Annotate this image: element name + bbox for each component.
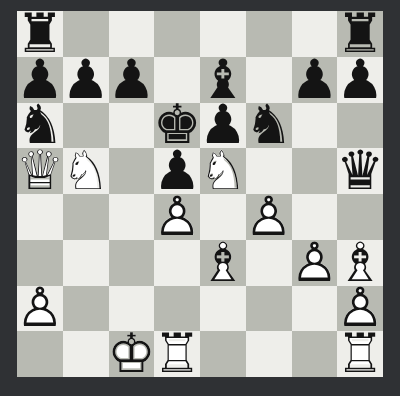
piece-black-queen[interactable]: ♛ xyxy=(337,148,383,194)
square-b7[interactable]: ♟ xyxy=(63,57,109,103)
square-h7[interactable]: ♟ xyxy=(337,57,383,103)
square-f8[interactable] xyxy=(246,11,292,57)
square-g5[interactable] xyxy=(292,148,338,194)
piece-white-pawn[interactable]: ♟♙ xyxy=(292,240,338,286)
pawn-glyph: ♟ xyxy=(109,57,155,103)
piece-white-knight[interactable]: ♞♘ xyxy=(200,148,246,194)
pawn-glyph: ♟ xyxy=(292,57,338,103)
square-g7[interactable]: ♟ xyxy=(292,57,338,103)
square-g3[interactable]: ♟♙ xyxy=(292,240,338,286)
piece-black-pawn[interactable]: ♟ xyxy=(337,57,383,103)
pawn-outline-glyph: ♙ xyxy=(246,194,292,240)
bishop-outline-glyph: ♗ xyxy=(200,240,246,286)
pawn-outline-glyph: ♙ xyxy=(17,286,63,332)
piece-white-pawn[interactable]: ♟♙ xyxy=(246,194,292,240)
square-d4[interactable]: ♟♙ xyxy=(154,194,200,240)
square-a5[interactable]: ♛♕ xyxy=(17,148,63,194)
square-b3[interactable] xyxy=(63,240,109,286)
pawn-outline-glyph: ♙ xyxy=(292,240,338,286)
piece-black-pawn[interactable]: ♟ xyxy=(292,57,338,103)
square-c4[interactable] xyxy=(109,194,155,240)
square-g1[interactable] xyxy=(292,331,338,377)
chess-board: ♜♜♟♟♟♝♟♟♞♚♟♞♛♕♞♘♟♞♘♛♟♙♟♙♝♗♟♙♝♗♟♙♟♙♚♔♜♖♜♖ xyxy=(17,11,383,377)
piece-white-queen[interactable]: ♛♕ xyxy=(17,148,63,194)
pawn-glyph: ♟ xyxy=(337,57,383,103)
rook-outline-glyph: ♖ xyxy=(337,331,383,377)
piece-white-rook[interactable]: ♜♖ xyxy=(154,331,200,377)
knight-glyph: ♞ xyxy=(246,103,292,149)
square-b2[interactable] xyxy=(63,286,109,332)
square-c7[interactable]: ♟ xyxy=(109,57,155,103)
square-e3[interactable]: ♝♗ xyxy=(200,240,246,286)
piece-white-bishop[interactable]: ♝♗ xyxy=(200,240,246,286)
square-f2[interactable] xyxy=(246,286,292,332)
queen-glyph: ♛ xyxy=(337,148,383,194)
piece-black-pawn[interactable]: ♟ xyxy=(109,57,155,103)
square-d8[interactable] xyxy=(154,11,200,57)
square-d1[interactable]: ♜♖ xyxy=(154,331,200,377)
square-e1[interactable] xyxy=(200,331,246,377)
piece-white-king[interactable]: ♚♔ xyxy=(109,331,155,377)
square-c1[interactable]: ♚♔ xyxy=(109,331,155,377)
piece-black-knight[interactable]: ♞ xyxy=(246,103,292,149)
piece-white-knight[interactable]: ♞♘ xyxy=(63,148,109,194)
queen-outline-glyph: ♕ xyxy=(17,148,63,194)
square-c3[interactable] xyxy=(109,240,155,286)
square-e5[interactable]: ♞♘ xyxy=(200,148,246,194)
knight-outline-glyph: ♘ xyxy=(200,148,246,194)
king-outline-glyph: ♔ xyxy=(109,331,155,377)
square-c5[interactable] xyxy=(109,148,155,194)
square-f6[interactable]: ♞ xyxy=(246,103,292,149)
piece-black-pawn[interactable]: ♟ xyxy=(63,57,109,103)
square-h1[interactable]: ♜♖ xyxy=(337,331,383,377)
pawn-glyph: ♟ xyxy=(63,57,109,103)
pawn-outline-glyph: ♙ xyxy=(154,194,200,240)
square-b5[interactable]: ♞♘ xyxy=(63,148,109,194)
square-f1[interactable] xyxy=(246,331,292,377)
rook-outline-glyph: ♖ xyxy=(154,331,200,377)
square-h5[interactable]: ♛ xyxy=(337,148,383,194)
piece-white-rook[interactable]: ♜♖ xyxy=(337,331,383,377)
square-f4[interactable]: ♟♙ xyxy=(246,194,292,240)
square-b1[interactable] xyxy=(63,331,109,377)
piece-white-pawn[interactable]: ♟♙ xyxy=(154,194,200,240)
piece-white-pawn[interactable]: ♟♙ xyxy=(17,286,63,332)
knight-outline-glyph: ♘ xyxy=(63,148,109,194)
square-a2[interactable]: ♟♙ xyxy=(17,286,63,332)
